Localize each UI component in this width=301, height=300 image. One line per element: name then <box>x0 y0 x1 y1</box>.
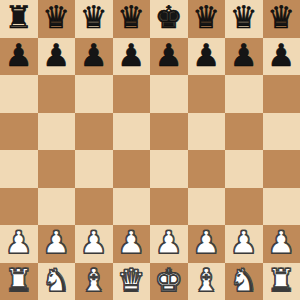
square-g4[interactable] <box>225 150 263 188</box>
square-d6[interactable] <box>113 75 151 113</box>
square-c2[interactable]: ♟ <box>75 225 113 263</box>
square-c5[interactable] <box>75 113 113 151</box>
square-d2[interactable]: ♟ <box>113 225 151 263</box>
square-f3[interactable] <box>188 188 226 226</box>
square-d8[interactable]: ♛ <box>113 0 151 38</box>
square-g2[interactable]: ♟ <box>225 225 263 263</box>
piece-black-queen[interactable]: ♛ <box>267 0 295 37</box>
square-a7[interactable]: ♟ <box>0 38 38 76</box>
square-h2[interactable]: ♟ <box>263 225 301 263</box>
chess-board: ♜♛♛♛♚♛♛♛♟♟♟♟♟♟♟♟♟♟♟♟♟♟♟♟♜♞♝♛♚♝♞♜ <box>0 0 300 300</box>
piece-black-queen[interactable]: ♛ <box>80 0 108 37</box>
square-g1[interactable]: ♞ <box>225 263 263 300</box>
square-b1[interactable]: ♞ <box>38 263 76 300</box>
piece-white-pawn[interactable]: ♟ <box>5 224 33 262</box>
square-g8[interactable]: ♛ <box>225 0 263 38</box>
square-a8[interactable]: ♜ <box>0 0 38 38</box>
piece-white-pawn[interactable]: ♟ <box>117 224 145 262</box>
square-c7[interactable]: ♟ <box>75 38 113 76</box>
square-f2[interactable]: ♟ <box>188 225 226 263</box>
square-e5[interactable] <box>150 113 188 151</box>
piece-black-king[interactable]: ♚ <box>155 0 183 37</box>
square-a1[interactable]: ♜ <box>0 263 38 300</box>
square-h5[interactable] <box>263 113 301 151</box>
square-b6[interactable] <box>38 75 76 113</box>
square-d1[interactable]: ♛ <box>113 263 151 300</box>
square-b4[interactable] <box>38 150 76 188</box>
square-e3[interactable] <box>150 188 188 226</box>
piece-black-rook[interactable]: ♜ <box>5 0 33 37</box>
square-e2[interactable]: ♟ <box>150 225 188 263</box>
square-f5[interactable] <box>188 113 226 151</box>
piece-black-queen[interactable]: ♛ <box>117 0 145 37</box>
piece-black-queen[interactable]: ♛ <box>42 0 70 37</box>
square-c1[interactable]: ♝ <box>75 263 113 300</box>
square-a6[interactable] <box>0 75 38 113</box>
piece-white-pawn[interactable]: ♟ <box>42 224 70 262</box>
square-f7[interactable]: ♟ <box>188 38 226 76</box>
square-h7[interactable]: ♟ <box>263 38 301 76</box>
square-d4[interactable] <box>113 150 151 188</box>
square-d5[interactable] <box>113 113 151 151</box>
square-h1[interactable]: ♜ <box>263 263 301 300</box>
piece-black-pawn[interactable]: ♟ <box>117 37 145 75</box>
piece-white-rook[interactable]: ♜ <box>5 262 33 300</box>
square-f1[interactable]: ♝ <box>188 263 226 300</box>
square-a2[interactable]: ♟ <box>0 225 38 263</box>
piece-white-pawn[interactable]: ♟ <box>192 224 220 262</box>
piece-black-pawn[interactable]: ♟ <box>267 37 295 75</box>
square-e8[interactable]: ♚ <box>150 0 188 38</box>
square-g5[interactable] <box>225 113 263 151</box>
square-f6[interactable] <box>188 75 226 113</box>
square-d3[interactable] <box>113 188 151 226</box>
piece-white-bishop[interactable]: ♝ <box>192 262 220 300</box>
square-a3[interactable] <box>0 188 38 226</box>
square-g3[interactable] <box>225 188 263 226</box>
square-c3[interactable] <box>75 188 113 226</box>
square-e7[interactable]: ♟ <box>150 38 188 76</box>
piece-white-queen[interactable]: ♛ <box>117 262 145 300</box>
piece-black-queen[interactable]: ♛ <box>230 0 258 37</box>
square-h4[interactable] <box>263 150 301 188</box>
square-c4[interactable] <box>75 150 113 188</box>
piece-black-pawn[interactable]: ♟ <box>42 37 70 75</box>
square-d7[interactable]: ♟ <box>113 38 151 76</box>
square-h3[interactable] <box>263 188 301 226</box>
piece-white-pawn[interactable]: ♟ <box>267 224 295 262</box>
piece-black-pawn[interactable]: ♟ <box>230 37 258 75</box>
piece-black-queen[interactable]: ♛ <box>192 0 220 37</box>
square-h8[interactable]: ♛ <box>263 0 301 38</box>
square-g7[interactable]: ♟ <box>225 38 263 76</box>
square-f4[interactable] <box>188 150 226 188</box>
square-b5[interactable] <box>38 113 76 151</box>
square-b2[interactable]: ♟ <box>38 225 76 263</box>
square-c8[interactable]: ♛ <box>75 0 113 38</box>
square-e6[interactable] <box>150 75 188 113</box>
square-a4[interactable] <box>0 150 38 188</box>
piece-white-rook[interactable]: ♜ <box>267 262 295 300</box>
piece-white-bishop[interactable]: ♝ <box>80 262 108 300</box>
square-h6[interactable] <box>263 75 301 113</box>
square-a5[interactable] <box>0 113 38 151</box>
square-c6[interactable] <box>75 75 113 113</box>
piece-black-pawn[interactable]: ♟ <box>192 37 220 75</box>
piece-white-pawn[interactable]: ♟ <box>230 224 258 262</box>
piece-black-pawn[interactable]: ♟ <box>80 37 108 75</box>
square-b7[interactable]: ♟ <box>38 38 76 76</box>
piece-black-pawn[interactable]: ♟ <box>155 37 183 75</box>
piece-white-knight[interactable]: ♞ <box>230 262 258 300</box>
square-g6[interactable] <box>225 75 263 113</box>
piece-black-pawn[interactable]: ♟ <box>5 37 33 75</box>
piece-white-king[interactable]: ♚ <box>155 262 183 300</box>
square-e1[interactable]: ♚ <box>150 263 188 300</box>
square-f8[interactable]: ♛ <box>188 0 226 38</box>
piece-white-pawn[interactable]: ♟ <box>155 224 183 262</box>
piece-white-pawn[interactable]: ♟ <box>80 224 108 262</box>
square-e4[interactable] <box>150 150 188 188</box>
square-b8[interactable]: ♛ <box>38 0 76 38</box>
piece-white-knight[interactable]: ♞ <box>42 262 70 300</box>
square-b3[interactable] <box>38 188 76 226</box>
